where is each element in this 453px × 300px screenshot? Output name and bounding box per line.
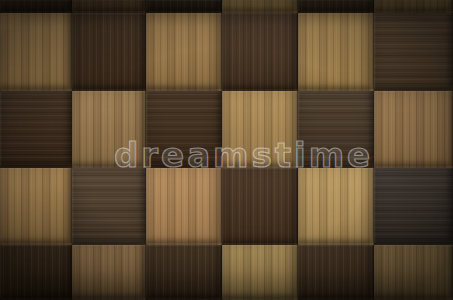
board-cell-r2c5-light [374,91,453,168]
board-cell-r1c0-light [0,13,72,91]
board-cell-r1c3-dark [222,13,298,91]
checkerboard [0,0,453,300]
board-cell-r2c1-light [72,91,146,168]
board-cell-r4c0-dark [0,245,72,300]
board-cell-r2c3-light [222,91,298,168]
board-cell-r1c4-light [298,13,374,91]
board-cell-r0c4-dark [298,0,374,13]
board-cell-r0c3-light [222,0,298,13]
wood-checkerboard-photo: dreamstime [0,0,453,300]
board-cell-r2c4-dark [298,91,374,168]
board-cell-r0c0-dark [0,0,72,13]
board-cell-r1c2-light [146,13,222,91]
board-cell-r4c4-dark [298,245,374,300]
board-cell-r4c2-dark [146,245,222,300]
board-cell-r3c1-dark [72,168,146,245]
board-cell-r1c1-dark [72,13,146,91]
board-cell-r2c0-dark [0,91,72,168]
board-cell-r0c1-light [72,0,146,13]
board-cell-r4c1-light [72,245,146,300]
board-cell-r3c2-light [146,168,222,245]
board-cell-r3c0-light [0,168,72,245]
board-cell-r1c5-dark [374,13,453,91]
board-cell-r2c2-dark [146,91,222,168]
board-cell-r0c2-dark [146,0,222,13]
board-cell-r3c5-dark [374,168,453,245]
board-cell-r3c4-light [298,168,374,245]
board-cell-r0c5-light [374,0,453,13]
board-cell-r4c5-light [374,245,453,300]
board-cell-r4c3-light [222,245,298,300]
board-cell-r3c3-dark [222,168,298,245]
